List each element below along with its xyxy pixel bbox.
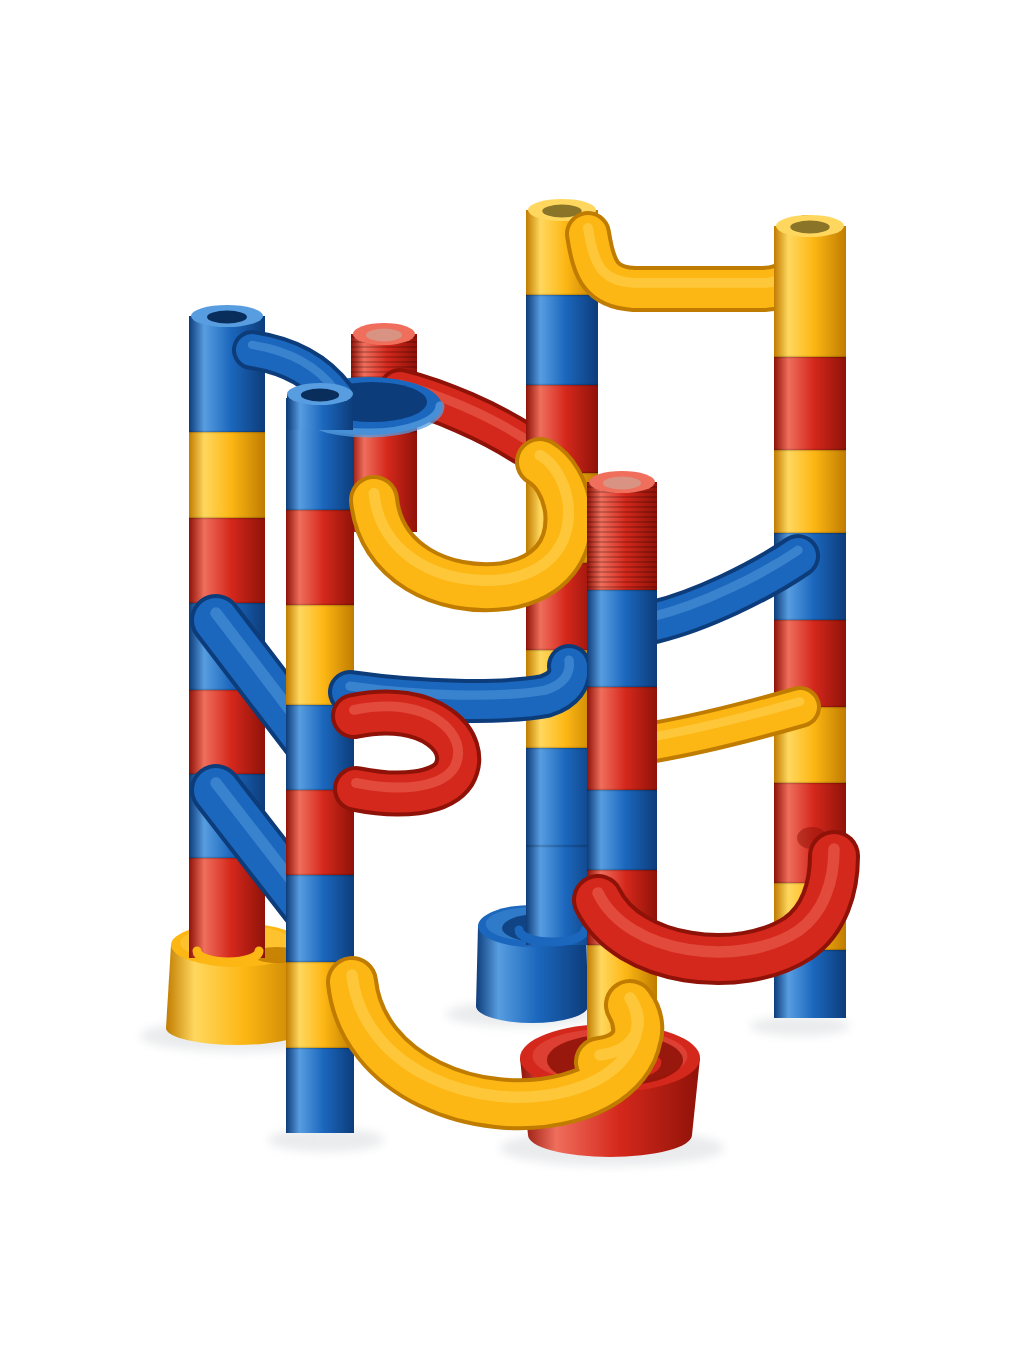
floor-shadow-right-column bbox=[750, 1016, 850, 1036]
tower-front-center-red-funnel bbox=[587, 471, 657, 1070]
photo-canvas bbox=[0, 0, 1020, 1360]
front-left-tower-rim bbox=[287, 383, 353, 430]
marble-run-svg bbox=[0, 0, 1020, 1360]
